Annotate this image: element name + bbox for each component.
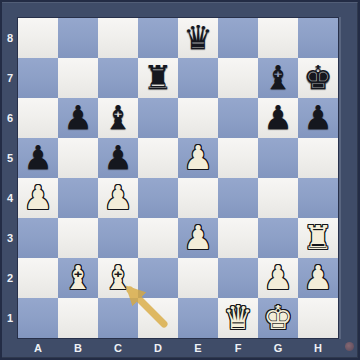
square-b3[interactable]	[58, 218, 98, 258]
piece-white-queen-f1[interactable]: ♛	[223, 298, 253, 338]
square-b4[interactable]	[58, 178, 98, 218]
square-g8[interactable]	[258, 18, 298, 58]
square-e4[interactable]	[178, 178, 218, 218]
square-h3[interactable]: ♜	[298, 218, 338, 258]
piece-white-bishop-c2[interactable]: ♝	[103, 258, 133, 298]
square-a7[interactable]	[18, 58, 58, 98]
square-d4[interactable]	[138, 178, 178, 218]
square-b2[interactable]: ♝	[58, 258, 98, 298]
square-f3[interactable]	[218, 218, 258, 258]
square-c4[interactable]: ♟	[98, 178, 138, 218]
square-a3[interactable]	[18, 218, 58, 258]
piece-white-pawn-e3[interactable]: ♟	[183, 218, 213, 258]
square-f5[interactable]	[218, 138, 258, 178]
chess-board: ♛♜♝♚♟♝♟♟♟♟♟♟♟♟♜♝♝♟♟♛♚	[18, 18, 338, 338]
square-g2[interactable]: ♟	[258, 258, 298, 298]
square-c3[interactable]	[98, 218, 138, 258]
square-b8[interactable]	[58, 18, 98, 58]
square-e7[interactable]	[178, 58, 218, 98]
piece-white-rook-h3[interactable]: ♜	[303, 218, 333, 258]
square-b5[interactable]	[58, 138, 98, 178]
piece-black-pawn-b6[interactable]: ♟	[63, 98, 93, 138]
piece-black-pawn-a5[interactable]: ♟	[23, 138, 53, 178]
square-e3[interactable]: ♟	[178, 218, 218, 258]
square-g3[interactable]	[258, 218, 298, 258]
chess-board-frame: ♛♜♝♚♟♝♟♟♟♟♟♟♟♟♜♝♝♟♟♛♚ 87654321 ABCDEFGH	[0, 0, 360, 360]
piece-black-pawn-c5[interactable]: ♟	[103, 138, 133, 178]
square-d6[interactable]	[138, 98, 178, 138]
rank-label-4: 4	[2, 178, 18, 218]
square-a5[interactable]: ♟	[18, 138, 58, 178]
piece-white-pawn-g2[interactable]: ♟	[263, 258, 293, 298]
file-label-C: C	[98, 338, 138, 358]
rank-label-5: 5	[2, 138, 18, 178]
file-label-F: F	[218, 338, 258, 358]
piece-black-queen-e8[interactable]: ♛	[183, 18, 213, 58]
square-g5[interactable]	[258, 138, 298, 178]
square-d8[interactable]	[138, 18, 178, 58]
square-a4[interactable]: ♟	[18, 178, 58, 218]
square-e8[interactable]: ♛	[178, 18, 218, 58]
square-e1[interactable]	[178, 298, 218, 338]
piece-white-king-g1[interactable]: ♚	[263, 298, 293, 338]
square-g4[interactable]	[258, 178, 298, 218]
square-c1[interactable]	[98, 298, 138, 338]
square-e6[interactable]	[178, 98, 218, 138]
square-c5[interactable]: ♟	[98, 138, 138, 178]
square-f7[interactable]	[218, 58, 258, 98]
piece-white-pawn-a4[interactable]: ♟	[23, 178, 53, 218]
square-b1[interactable]	[58, 298, 98, 338]
square-b6[interactable]: ♟	[58, 98, 98, 138]
piece-white-pawn-c4[interactable]: ♟	[103, 178, 133, 218]
square-g7[interactable]: ♝	[258, 58, 298, 98]
piece-black-pawn-h6[interactable]: ♟	[303, 98, 333, 138]
square-f2[interactable]	[218, 258, 258, 298]
file-label-G: G	[258, 338, 298, 358]
square-h8[interactable]	[298, 18, 338, 58]
square-c2[interactable]: ♝	[98, 258, 138, 298]
rank-label-6: 6	[2, 98, 18, 138]
square-h5[interactable]	[298, 138, 338, 178]
square-g6[interactable]: ♟	[258, 98, 298, 138]
piece-black-rook-d7[interactable]: ♜	[143, 58, 173, 98]
square-d3[interactable]	[138, 218, 178, 258]
square-h2[interactable]: ♟	[298, 258, 338, 298]
square-c7[interactable]	[98, 58, 138, 98]
rank-label-2: 2	[2, 258, 18, 298]
piece-white-bishop-b2[interactable]: ♝	[63, 258, 93, 298]
file-label-A: A	[18, 338, 58, 358]
square-d1[interactable]	[138, 298, 178, 338]
file-label-H: H	[298, 338, 338, 358]
square-f4[interactable]	[218, 178, 258, 218]
rank-label-8: 8	[2, 18, 18, 58]
file-label-D: D	[138, 338, 178, 358]
square-e5[interactable]: ♟	[178, 138, 218, 178]
square-h6[interactable]: ♟	[298, 98, 338, 138]
piece-black-bishop-g7[interactable]: ♝	[263, 58, 293, 98]
piece-white-pawn-h2[interactable]: ♟	[303, 258, 333, 298]
square-d5[interactable]	[138, 138, 178, 178]
square-f8[interactable]	[218, 18, 258, 58]
piece-black-bishop-c6[interactable]: ♝	[103, 98, 133, 138]
piece-black-king-h7[interactable]: ♚	[303, 58, 333, 98]
square-c8[interactable]	[98, 18, 138, 58]
square-h1[interactable]	[298, 298, 338, 338]
rank-label-3: 3	[2, 218, 18, 258]
square-f1[interactable]: ♛	[218, 298, 258, 338]
rank-label-1: 1	[2, 298, 18, 338]
file-label-E: E	[178, 338, 218, 358]
square-a8[interactable]	[18, 18, 58, 58]
square-d2[interactable]	[138, 258, 178, 298]
square-e2[interactable]	[178, 258, 218, 298]
square-a2[interactable]	[18, 258, 58, 298]
piece-black-pawn-g6[interactable]: ♟	[263, 98, 293, 138]
file-label-B: B	[58, 338, 98, 358]
square-g1[interactable]: ♚	[258, 298, 298, 338]
corner-dot	[345, 342, 354, 351]
square-d7[interactable]: ♜	[138, 58, 178, 98]
square-h4[interactable]	[298, 178, 338, 218]
rank-label-7: 7	[2, 58, 18, 98]
square-f6[interactable]	[218, 98, 258, 138]
piece-white-pawn-e5[interactable]: ♟	[183, 138, 213, 178]
square-a6[interactable]	[18, 98, 58, 138]
square-b7[interactable]	[58, 58, 98, 98]
square-h7[interactable]: ♚	[298, 58, 338, 98]
square-a1[interactable]	[18, 298, 58, 338]
square-c6[interactable]: ♝	[98, 98, 138, 138]
